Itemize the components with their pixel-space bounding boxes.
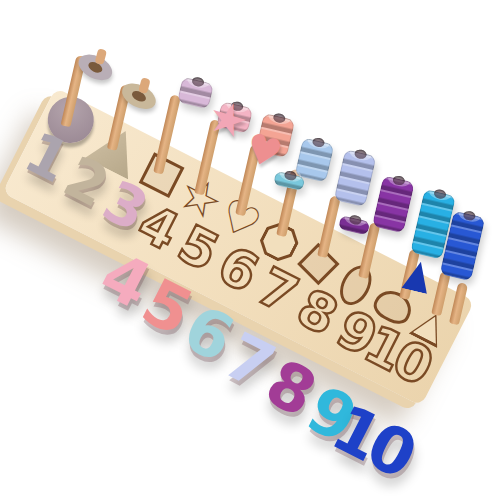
loose-ring[interactable] [273,171,305,191]
loose-ring[interactable] [338,215,370,235]
loose-shape-piece-star[interactable]: ★ [203,93,254,147]
ring-stack[interactable] [177,77,214,110]
ring-stack[interactable] [334,149,377,207]
ring-stack[interactable] [372,175,415,233]
product-photo-canvas: ☆♡12345678910★♥45678910 [0,0,500,500]
loose-shape-piece-heart[interactable]: ♥ [241,127,287,176]
